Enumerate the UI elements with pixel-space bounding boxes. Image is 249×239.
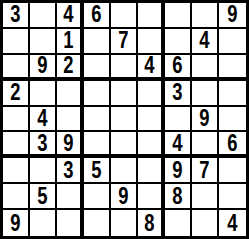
cell-r1c3[interactable]: 4: [57, 3, 84, 29]
cell-digit: 3: [10, 3, 20, 26]
cell-digit: 4: [144, 55, 154, 77]
cell-r8c1[interactable]: [3, 184, 30, 210]
cell-r7c2[interactable]: [30, 158, 57, 184]
cell-digit: 6: [172, 55, 182, 77]
cell-r7c7[interactable]: 9: [165, 158, 192, 184]
cell-r9c7[interactable]: [165, 210, 192, 236]
cell-r8c5[interactable]: 9: [111, 184, 138, 210]
cell-digit: 4: [37, 107, 47, 130]
cell-digit: 5: [37, 185, 47, 208]
cell-r9c8[interactable]: [192, 210, 219, 236]
cell-r4c1[interactable]: 2: [3, 81, 30, 107]
cell-r3c2[interactable]: 9: [30, 55, 57, 81]
cell-r3c9[interactable]: [219, 55, 246, 81]
cell-r6c9[interactable]: 6: [219, 132, 246, 158]
cell-r4c8[interactable]: [192, 81, 219, 107]
cell-digit: 5: [91, 159, 101, 182]
cell-r5c5[interactable]: [111, 107, 138, 133]
cell-r6c1[interactable]: [3, 132, 30, 158]
cell-digit: 8: [144, 212, 154, 235]
cell-digit: 2: [63, 55, 73, 77]
cell-r5c6[interactable]: [138, 107, 165, 133]
cell-r2c7[interactable]: [165, 29, 192, 55]
cell-r8c4[interactable]: [84, 184, 111, 210]
cell-digit: 4: [227, 212, 237, 235]
cell-r6c2[interactable]: 3: [30, 132, 57, 158]
cell-r4c4[interactable]: [84, 81, 111, 107]
cell-digit: 7: [199, 159, 209, 182]
cell-r1c5[interactable]: [111, 3, 138, 29]
cell-r9c3[interactable]: [57, 210, 84, 236]
cell-r1c2[interactable]: [30, 3, 57, 29]
cell-digit: 9: [199, 107, 209, 130]
cell-r1c1[interactable]: 3: [3, 3, 30, 29]
cell-r3c8[interactable]: [192, 55, 219, 81]
cell-digit: 9: [10, 212, 20, 235]
cell-r6c3[interactable]: 9: [57, 132, 84, 158]
cell-digit: 3: [63, 159, 73, 182]
cell-r3c5[interactable]: [111, 55, 138, 81]
cell-r7c8[interactable]: 7: [192, 158, 219, 184]
cell-r5c9[interactable]: [219, 107, 246, 133]
cell-r5c2[interactable]: 4: [30, 107, 57, 133]
cell-r3c7[interactable]: 6: [165, 55, 192, 81]
cell-digit: 4: [63, 3, 73, 26]
cell-r9c6[interactable]: 8: [138, 210, 165, 236]
cell-digit: 9: [227, 3, 237, 26]
cell-r8c8[interactable]: [192, 184, 219, 210]
cell-r7c9[interactable]: [219, 158, 246, 184]
cell-r9c2[interactable]: [30, 210, 57, 236]
cell-digit: 2: [10, 81, 20, 104]
sudoku-board: 34691749246234939463597598984: [0, 0, 249, 239]
cell-r2c1[interactable]: [3, 29, 30, 55]
cell-r5c4[interactable]: [84, 107, 111, 133]
cell-digit: 8: [172, 185, 182, 208]
cell-r7c1[interactable]: [3, 158, 30, 184]
cell-r1c8[interactable]: [192, 3, 219, 29]
cell-r8c7[interactable]: 8: [165, 184, 192, 210]
cell-r2c3[interactable]: 1: [57, 29, 84, 55]
cell-digit: 4: [172, 132, 182, 154]
cell-r1c6[interactable]: [138, 3, 165, 29]
cell-digit: 7: [118, 29, 128, 52]
cell-r4c7[interactable]: 3: [165, 81, 192, 107]
cell-digit: 3: [172, 81, 182, 104]
cell-digit: 9: [37, 55, 47, 77]
cell-digit: 1: [63, 29, 73, 52]
cell-r2c2[interactable]: [30, 29, 57, 55]
cell-r5c8[interactable]: 9: [192, 107, 219, 133]
cell-r4c6[interactable]: [138, 81, 165, 107]
cell-r4c5[interactable]: [111, 81, 138, 107]
cell-r3c3[interactable]: 2: [57, 55, 84, 81]
cell-r3c1[interactable]: [3, 55, 30, 81]
cell-r2c9[interactable]: [219, 29, 246, 55]
cell-r8c2[interactable]: 5: [30, 184, 57, 210]
cell-digit: 6: [227, 132, 237, 154]
cell-r7c4[interactable]: 5: [84, 158, 111, 184]
cell-r6c6[interactable]: [138, 132, 165, 158]
cell-r9c5[interactable]: [111, 210, 138, 236]
cell-r4c9[interactable]: [219, 81, 246, 107]
cell-r2c8[interactable]: 4: [192, 29, 219, 55]
cell-r1c9[interactable]: 9: [219, 3, 246, 29]
cell-r9c4[interactable]: [84, 210, 111, 236]
cell-r9c9[interactable]: 4: [219, 210, 246, 236]
cell-r6c5[interactable]: [111, 132, 138, 158]
cell-r5c7[interactable]: [165, 107, 192, 133]
cell-r2c4[interactable]: [84, 29, 111, 55]
cell-r8c6[interactable]: [138, 184, 165, 210]
cell-r2c6[interactable]: [138, 29, 165, 55]
cell-r3c4[interactable]: [84, 55, 111, 81]
cell-r4c3[interactable]: [57, 81, 84, 107]
cell-digit: 9: [63, 132, 73, 154]
cell-r6c8[interactable]: [192, 132, 219, 158]
cell-r8c3[interactable]: [57, 184, 84, 210]
cell-r1c7[interactable]: [165, 3, 192, 29]
cell-r5c1[interactable]: [3, 107, 30, 133]
cell-r5c3[interactable]: [57, 107, 84, 133]
cell-r3c6[interactable]: 4: [138, 55, 165, 81]
cell-r1c4[interactable]: 6: [84, 3, 111, 29]
cell-r8c9[interactable]: [219, 184, 246, 210]
cell-digit: 9: [118, 185, 128, 208]
cell-digit: 6: [91, 3, 101, 26]
cell-r2c5[interactable]: 7: [111, 29, 138, 55]
cell-r6c7[interactable]: 4: [165, 132, 192, 158]
cell-r7c3[interactable]: 3: [57, 158, 84, 184]
cell-r7c6[interactable]: [138, 158, 165, 184]
cell-r7c5[interactable]: [111, 158, 138, 184]
cell-digit: 4: [199, 29, 209, 52]
cell-r4c2[interactable]: [30, 81, 57, 107]
cell-r6c4[interactable]: [84, 132, 111, 158]
cell-digit: 9: [172, 159, 182, 182]
cell-digit: 3: [37, 132, 47, 154]
cell-r9c1[interactable]: 9: [3, 210, 30, 236]
